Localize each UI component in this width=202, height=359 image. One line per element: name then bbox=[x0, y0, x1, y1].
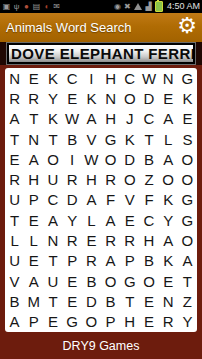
grid-cell[interactable]: V bbox=[5, 271, 24, 291]
grid-cell[interactable]: O bbox=[159, 170, 178, 190]
grid-cell[interactable]: C bbox=[43, 190, 62, 210]
grid-cell[interactable]: O bbox=[101, 149, 120, 169]
grid-cell[interactable]: E bbox=[43, 312, 62, 332]
grid-cell[interactable]: D bbox=[63, 190, 82, 210]
grid-cell[interactable]: T bbox=[5, 129, 24, 149]
grid-cell[interactable]: T bbox=[120, 291, 139, 311]
grid-cell[interactable]: R bbox=[5, 88, 24, 108]
grid-cell[interactable]: G bbox=[178, 210, 197, 230]
grid-cell[interactable]: Z bbox=[139, 170, 158, 190]
grid-cell[interactable]: A bbox=[159, 149, 178, 169]
grid-cell[interactable]: H bbox=[120, 312, 139, 332]
grid-cell[interactable]: W bbox=[139, 68, 158, 88]
grid-cell[interactable]: B bbox=[5, 291, 24, 311]
mail-icon: ✉ bbox=[52, 0, 61, 13]
grid-cell[interactable]: A bbox=[82, 190, 101, 210]
wifi-icon bbox=[134, 3, 142, 10]
status-time: 4:50 AM bbox=[167, 0, 200, 13]
usb-icon: ψ bbox=[12, 0, 21, 13]
grid-cell[interactable]: Y bbox=[43, 88, 62, 108]
grid-cell[interactable]: G bbox=[120, 271, 139, 291]
grid-cell[interactable]: M bbox=[24, 291, 43, 311]
grid-cell[interactable]: A bbox=[5, 109, 24, 129]
grid-cell[interactable]: V bbox=[120, 190, 139, 210]
grid-cell[interactable]: N bbox=[5, 68, 24, 88]
grid-cell[interactable]: T bbox=[24, 109, 43, 129]
footer-bar: DRY9 Games bbox=[0, 332, 202, 359]
grid-cell[interactable]: E bbox=[5, 149, 24, 169]
grid-cell[interactable]: T bbox=[43, 129, 62, 149]
grid-cell[interactable]: Y bbox=[159, 210, 178, 230]
grid-cell[interactable]: R bbox=[82, 251, 101, 271]
grid-cell[interactable]: V bbox=[82, 129, 101, 149]
grid-cell[interactable]: E bbox=[178, 109, 197, 129]
grid-cell[interactable]: Z bbox=[178, 291, 197, 311]
grid-cell[interactable]: E bbox=[159, 88, 178, 108]
grid-cell[interactable]: O bbox=[120, 88, 139, 108]
word-list-strip: DOVE ELEPHANT FERRE bbox=[0, 42, 202, 65]
grid-cell[interactable]: T bbox=[43, 291, 62, 311]
grid-cell[interactable]: E bbox=[24, 210, 43, 230]
grid-cell[interactable]: C bbox=[139, 210, 158, 230]
grid-cell[interactable]: B bbox=[101, 291, 120, 311]
grid-cell[interactable]: D bbox=[139, 88, 158, 108]
grid-cell[interactable]: R bbox=[5, 170, 24, 190]
grid-cell[interactable]: W bbox=[63, 109, 82, 129]
grid-cell[interactable]: L bbox=[159, 129, 178, 149]
grid-cell[interactable]: H bbox=[139, 230, 158, 250]
grid-cell[interactable]: H bbox=[82, 170, 101, 190]
grid-cell[interactable]: P bbox=[101, 312, 120, 332]
grid-cell[interactable]: K bbox=[43, 109, 62, 129]
grid-cell[interactable]: R bbox=[63, 170, 82, 190]
grid-cell[interactable]: I bbox=[63, 149, 82, 169]
word-grid[interactable]: NEKCIHCWNGRRYEKNODEKATKWAHJCAETNTBVGKTLS… bbox=[5, 68, 197, 332]
grid-cell[interactable]: W bbox=[82, 149, 101, 169]
grid-cell[interactable]: E bbox=[82, 230, 101, 250]
browser-icon: ◖ bbox=[42, 0, 51, 13]
grid-cell[interactable]: G bbox=[178, 190, 197, 210]
grid-cell[interactable]: G bbox=[63, 312, 82, 332]
grid-cell[interactable]: R bbox=[24, 88, 43, 108]
grid-cell[interactable]: R bbox=[120, 230, 139, 250]
grid-cell[interactable]: A bbox=[24, 271, 43, 291]
grid-cell[interactable]: O bbox=[178, 230, 197, 250]
grid-cell[interactable]: N bbox=[101, 88, 120, 108]
grid-cell[interactable]: E bbox=[24, 251, 43, 271]
board-area: NEKCIHCWNGRRYEKNODEKATKWAHJCAETNTBVGKTLS… bbox=[0, 65, 202, 332]
grid-cell[interactable]: E bbox=[63, 88, 82, 108]
grid-cell[interactable]: R bbox=[159, 312, 178, 332]
grid-cell[interactable]: R bbox=[101, 170, 120, 190]
grid-cell[interactable]: P bbox=[63, 251, 82, 271]
grid-cell[interactable]: K bbox=[178, 88, 197, 108]
grid-cell[interactable]: C bbox=[139, 109, 158, 129]
word-list-field[interactable]: DOVE ELEPHANT FERRE bbox=[7, 43, 195, 64]
note-icon: ▤ bbox=[32, 0, 41, 13]
grid-cell[interactable]: O bbox=[178, 170, 197, 190]
grid-cell[interactable]: O bbox=[82, 312, 101, 332]
grid-cell[interactable]: R bbox=[63, 230, 82, 250]
grid-cell[interactable]: G bbox=[101, 129, 120, 149]
grid-cell[interactable]: O bbox=[120, 170, 139, 190]
grid-cell[interactable]: L bbox=[5, 230, 24, 250]
eye-icon: ◉ bbox=[113, 0, 122, 13]
grid-cell[interactable]: P bbox=[120, 251, 139, 271]
grid-cell[interactable]: T bbox=[43, 251, 62, 271]
grid-cell[interactable]: S bbox=[178, 129, 197, 149]
grid-cell[interactable]: U bbox=[5, 251, 24, 271]
grid-cell[interactable]: Y bbox=[178, 312, 197, 332]
sd-card-icon: ▣ bbox=[2, 0, 11, 13]
grid-cell[interactable]: B bbox=[139, 149, 158, 169]
grid-cell[interactable]: A bbox=[43, 210, 62, 230]
grid-cell[interactable]: D bbox=[82, 291, 101, 311]
grid-cell[interactable]: N bbox=[43, 230, 62, 250]
grid-cell[interactable]: Y bbox=[63, 210, 82, 230]
grid-cell[interactable]: K bbox=[159, 251, 178, 271]
grid-cell[interactable]: K bbox=[43, 68, 62, 88]
grid-cell[interactable]: H bbox=[101, 109, 120, 129]
grid-cell[interactable]: C bbox=[120, 68, 139, 88]
grid-cell[interactable]: I bbox=[82, 68, 101, 88]
grid-cell[interactable]: U bbox=[43, 170, 62, 190]
footer-brand: DRY9 Games bbox=[63, 339, 140, 353]
grid-cell[interactable]: N bbox=[24, 129, 43, 149]
app-notification-icon: ● bbox=[22, 0, 31, 13]
title-bar: Animals Word Search ⚙ bbox=[0, 13, 202, 42]
gear-icon[interactable]: ⚙ bbox=[177, 15, 197, 37]
grid-cell[interactable]: K bbox=[159, 190, 178, 210]
grid-cell[interactable]: H bbox=[24, 170, 43, 190]
grid-cell[interactable]: A bbox=[178, 251, 197, 271]
grid-cell[interactable]: F bbox=[101, 190, 120, 210]
grid-cell[interactable]: B bbox=[63, 129, 82, 149]
grid-cell[interactable]: N bbox=[159, 291, 178, 311]
grid-cell[interactable]: O bbox=[43, 149, 62, 169]
grid-cell[interactable]: A bbox=[24, 149, 43, 169]
grid-cell[interactable]: C bbox=[63, 68, 82, 88]
grid-cell[interactable]: E bbox=[139, 291, 158, 311]
grid-cell[interactable]: A bbox=[82, 109, 101, 129]
grid-cell[interactable]: A bbox=[5, 312, 24, 332]
grid-cell[interactable]: A bbox=[159, 109, 178, 129]
grid-cell[interactable]: A bbox=[101, 251, 120, 271]
grid-cell[interactable]: B bbox=[139, 251, 158, 271]
grid-cell[interactable]: D bbox=[120, 149, 139, 169]
grid-cell[interactable]: E bbox=[63, 291, 82, 311]
grid-cell[interactable]: P bbox=[24, 190, 43, 210]
grid-cell[interactable]: E bbox=[63, 271, 82, 291]
grid-cell[interactable]: O bbox=[178, 149, 197, 169]
grid-cell[interactable]: G bbox=[178, 68, 197, 88]
grid-cell[interactable]: L bbox=[24, 230, 43, 250]
grid-cell[interactable]: O bbox=[101, 271, 120, 291]
grid-cell[interactable]: H bbox=[101, 68, 120, 88]
grid-cell[interactable]: T bbox=[178, 271, 197, 291]
grid-cell[interactable]: O bbox=[139, 271, 158, 291]
grid-cell[interactable]: F bbox=[139, 190, 158, 210]
grid-cell[interactable]: L bbox=[82, 210, 101, 230]
signal-icon: ▟ bbox=[144, 0, 153, 13]
grid-cell[interactable]: U bbox=[43, 271, 62, 291]
grid-cell[interactable]: N bbox=[159, 68, 178, 88]
grid-cell[interactable]: E bbox=[120, 210, 139, 230]
grid-cell[interactable]: E bbox=[159, 271, 178, 291]
grid-cell[interactable]: E bbox=[139, 312, 158, 332]
grid-cell[interactable]: U bbox=[5, 190, 24, 210]
mute-icon: ✖ bbox=[123, 0, 132, 13]
grid-cell[interactable]: P bbox=[24, 312, 43, 332]
grid-cell[interactable]: T bbox=[139, 129, 158, 149]
grid-cell[interactable]: A bbox=[101, 210, 120, 230]
grid-cell[interactable]: T bbox=[5, 210, 24, 230]
grid-cell[interactable]: E bbox=[24, 68, 43, 88]
grid-cell[interactable]: A bbox=[159, 230, 178, 250]
grid-cell[interactable]: B bbox=[82, 271, 101, 291]
status-bar: ▣ ψ ● ▤ ◖ ✉ ◉ ✖ ▟ 4:50 AM bbox=[0, 0, 202, 13]
grid-cell[interactable]: K bbox=[82, 88, 101, 108]
page-title: Animals Word Search bbox=[6, 20, 177, 35]
grid-cell[interactable]: K bbox=[120, 129, 139, 149]
grid-cell[interactable]: R bbox=[101, 230, 120, 250]
grid-cell[interactable]: J bbox=[120, 109, 139, 129]
battery-icon bbox=[155, 1, 163, 12]
